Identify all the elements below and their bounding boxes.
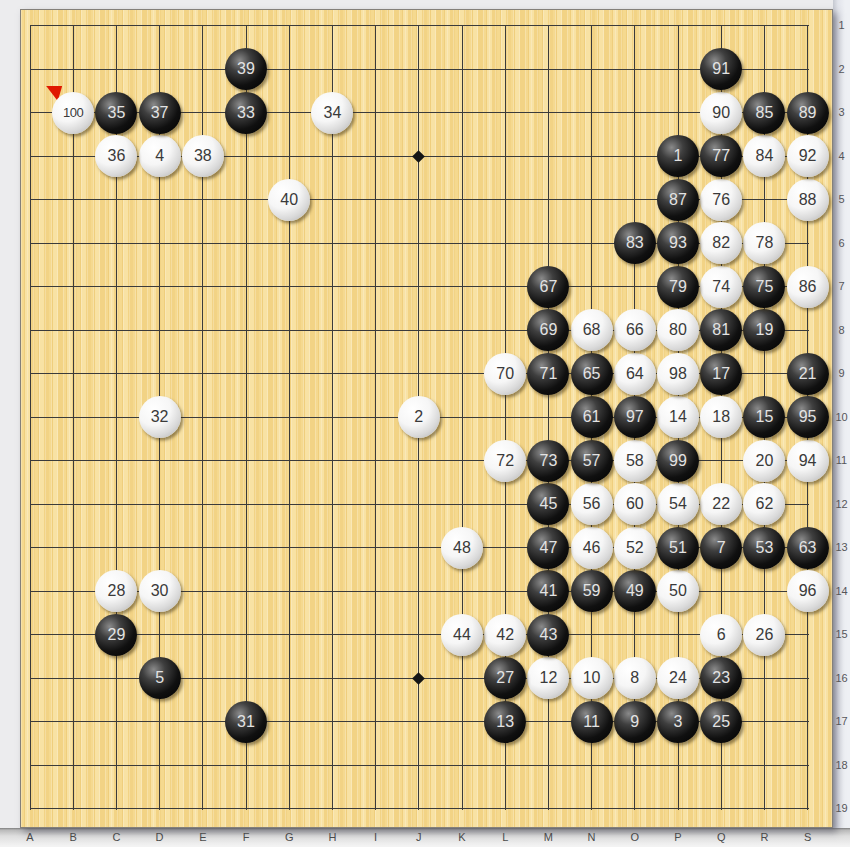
- move-number: 50: [657, 570, 699, 612]
- move-number: 28: [95, 570, 137, 612]
- row-label: 7: [834, 280, 849, 292]
- move-number: 37: [139, 92, 181, 134]
- stone-move-51[interactable]: 51: [657, 527, 699, 569]
- move-number: 17: [700, 353, 742, 395]
- move-number: 9: [614, 701, 656, 743]
- move-number: 22: [700, 483, 742, 525]
- stone-move-54[interactable]: 54: [657, 483, 699, 525]
- stone-move-84[interactable]: 84: [743, 135, 785, 177]
- column-label: D: [151, 831, 169, 843]
- move-number: 6: [700, 614, 742, 656]
- move-number: 29: [95, 614, 137, 656]
- move-number: 81: [700, 309, 742, 351]
- row-label: 11: [834, 454, 849, 466]
- move-number: 53: [743, 527, 785, 569]
- stone-move-17[interactable]: 17: [700, 353, 742, 395]
- row-label: 2: [834, 63, 849, 75]
- move-number: 58: [614, 440, 656, 482]
- stone-move-72[interactable]: 72: [484, 440, 526, 482]
- grid-line-vertical: [73, 26, 74, 810]
- move-number: 35: [95, 92, 137, 134]
- move-number: 2: [398, 396, 440, 438]
- stone-move-61[interactable]: 61: [571, 396, 613, 438]
- stone-move-43[interactable]: 43: [527, 614, 569, 656]
- move-number: 62: [743, 483, 785, 525]
- move-number: 63: [787, 527, 829, 569]
- move-number: 8: [614, 657, 656, 699]
- move-number: 64: [614, 353, 656, 395]
- stone-move-28[interactable]: 28: [95, 570, 137, 612]
- stone-move-94[interactable]: 94: [787, 440, 829, 482]
- move-number: 90: [700, 92, 742, 134]
- move-number: 96: [787, 570, 829, 612]
- move-number: 74: [700, 266, 742, 308]
- column-label: N: [583, 831, 601, 843]
- stone-move-57[interactable]: 57: [571, 440, 613, 482]
- stone-move-46[interactable]: 46: [571, 527, 613, 569]
- stone-move-93[interactable]: 93: [657, 222, 699, 264]
- column-label: M: [539, 831, 557, 843]
- stone-move-80[interactable]: 80: [657, 309, 699, 351]
- move-number: 75: [743, 266, 785, 308]
- column-label: L: [496, 831, 514, 843]
- move-number: 23: [700, 657, 742, 699]
- row-label: 4: [834, 150, 849, 162]
- grid-line-horizontal: [30, 634, 809, 635]
- stone-move-41[interactable]: 41: [527, 570, 569, 612]
- stone-move-10[interactable]: 10: [571, 657, 613, 699]
- move-number: 68: [571, 309, 613, 351]
- move-number: 88: [787, 179, 829, 221]
- move-number: 67: [527, 266, 569, 308]
- stone-move-65[interactable]: 65: [571, 353, 613, 395]
- stone-move-38[interactable]: 38: [182, 135, 224, 177]
- stone-move-66[interactable]: 66: [614, 309, 656, 351]
- column-label: A: [21, 831, 39, 843]
- move-number: 94: [787, 440, 829, 482]
- stone-move-8[interactable]: 8: [614, 657, 656, 699]
- move-number: 52: [614, 527, 656, 569]
- stone-move-5[interactable]: 5: [139, 657, 181, 699]
- move-number: 41: [527, 570, 569, 612]
- stone-move-79[interactable]: 79: [657, 266, 699, 308]
- column-label: S: [799, 831, 817, 843]
- move-number: 36: [95, 135, 137, 177]
- move-number: 92: [787, 135, 829, 177]
- grid-line-horizontal: [30, 765, 809, 766]
- grid-line-horizontal: [30, 69, 809, 70]
- stone-move-26[interactable]: 26: [743, 614, 785, 656]
- column-label: C: [107, 831, 125, 843]
- stone-move-83[interactable]: 83: [614, 222, 656, 264]
- stone-move-56[interactable]: 56: [571, 483, 613, 525]
- move-number: 11: [571, 701, 613, 743]
- stone-move-60[interactable]: 60: [614, 483, 656, 525]
- stone-move-98[interactable]: 98: [657, 353, 699, 395]
- stone-move-62[interactable]: 62: [743, 483, 785, 525]
- move-number: 95: [787, 396, 829, 438]
- stone-move-42[interactable]: 42: [484, 614, 526, 656]
- move-number: 57: [571, 440, 613, 482]
- row-label: 5: [834, 193, 849, 205]
- move-number: 100: [52, 92, 94, 134]
- move-number: 43: [527, 614, 569, 656]
- stone-move-90[interactable]: 90: [700, 92, 742, 134]
- grid-line-vertical: [289, 26, 290, 810]
- stone-move-71[interactable]: 71: [527, 353, 569, 395]
- grid-line-vertical: [462, 26, 463, 810]
- stone-move-67[interactable]: 67: [527, 266, 569, 308]
- stone-move-7[interactable]: 7: [700, 527, 742, 569]
- move-number: 5: [139, 657, 181, 699]
- stone-move-69[interactable]: 69: [527, 309, 569, 351]
- move-number: 10: [571, 657, 613, 699]
- stone-move-19[interactable]: 19: [743, 309, 785, 351]
- move-number: 14: [657, 396, 699, 438]
- stone-move-53[interactable]: 53: [743, 527, 785, 569]
- stone-move-39[interactable]: 39: [225, 48, 267, 90]
- stone-move-63[interactable]: 63: [787, 527, 829, 569]
- stone-move-2[interactable]: 2: [398, 396, 440, 438]
- move-number: 73: [527, 440, 569, 482]
- grid-line-vertical: [332, 26, 333, 810]
- stone-move-29[interactable]: 29: [95, 614, 137, 656]
- move-number: 85: [743, 92, 785, 134]
- stone-move-3[interactable]: 3: [657, 701, 699, 743]
- stone-move-74[interactable]: 74: [700, 266, 742, 308]
- kifu-viewer-window: 1234567891011121314151718192021222324252…: [0, 0, 850, 847]
- stone-move-13[interactable]: 13: [484, 701, 526, 743]
- row-label: 3: [834, 106, 849, 118]
- stone-move-52[interactable]: 52: [614, 527, 656, 569]
- move-number: 3: [657, 701, 699, 743]
- stone-move-89[interactable]: 89: [787, 92, 829, 134]
- move-number: 71: [527, 353, 569, 395]
- move-number: 66: [614, 309, 656, 351]
- row-label: 16: [834, 672, 849, 684]
- move-number: 38: [182, 135, 224, 177]
- column-label: H: [323, 831, 341, 843]
- stone-move-68[interactable]: 68: [571, 309, 613, 351]
- stone-move-33[interactable]: 33: [225, 92, 267, 134]
- stone-move-36[interactable]: 36: [95, 135, 137, 177]
- stone-move-27[interactable]: 27: [484, 657, 526, 699]
- row-label: 19: [834, 802, 849, 814]
- move-number: 48: [441, 527, 483, 569]
- move-number: 4: [139, 135, 181, 177]
- move-number: 49: [614, 570, 656, 612]
- column-label: P: [669, 831, 687, 843]
- stone-move-48[interactable]: 48: [441, 527, 483, 569]
- move-number: 61: [571, 396, 613, 438]
- row-label: 1: [834, 19, 849, 31]
- row-label: 8: [834, 324, 849, 336]
- row-label: 17: [834, 715, 849, 727]
- stone-move-9[interactable]: 9: [614, 701, 656, 743]
- move-number: 39: [225, 48, 267, 90]
- move-number: 40: [268, 179, 310, 221]
- stone-move-58[interactable]: 58: [614, 440, 656, 482]
- row-label: 15: [834, 628, 849, 640]
- move-number: 15: [743, 396, 785, 438]
- move-number: 98: [657, 353, 699, 395]
- stone-move-32[interactable]: 32: [139, 396, 181, 438]
- stone-move-97[interactable]: 97: [614, 396, 656, 438]
- stone-move-14[interactable]: 14: [657, 396, 699, 438]
- move-number: 21: [787, 353, 829, 395]
- move-number: 26: [743, 614, 785, 656]
- row-label: 9: [834, 367, 849, 379]
- column-label: B: [64, 831, 82, 843]
- move-number: 30: [139, 570, 181, 612]
- move-number: 76: [700, 179, 742, 221]
- stone-move-11[interactable]: 11: [571, 701, 613, 743]
- column-label: O: [626, 831, 644, 843]
- move-number: 79: [657, 266, 699, 308]
- move-number: 80: [657, 309, 699, 351]
- move-number: 84: [743, 135, 785, 177]
- stone-move-76[interactable]: 76: [700, 179, 742, 221]
- stone-move-85[interactable]: 85: [743, 92, 785, 134]
- stone-move-6[interactable]: 6: [700, 614, 742, 656]
- stone-move-37[interactable]: 37: [139, 92, 181, 134]
- move-number: 1: [657, 135, 699, 177]
- move-number: 60: [614, 483, 656, 525]
- move-number: 54: [657, 483, 699, 525]
- stone-move-1[interactable]: 1: [657, 135, 699, 177]
- move-number: 87: [657, 179, 699, 221]
- move-number: 20: [743, 440, 785, 482]
- move-number: 46: [571, 527, 613, 569]
- move-number: 24: [657, 657, 699, 699]
- stone-move-20[interactable]: 20: [743, 440, 785, 482]
- move-number: 78: [743, 222, 785, 264]
- stone-move-82[interactable]: 82: [700, 222, 742, 264]
- stone-move-77[interactable]: 77: [700, 135, 742, 177]
- move-number: 82: [700, 222, 742, 264]
- stone-move-31[interactable]: 31: [225, 701, 267, 743]
- row-label: 14: [834, 585, 849, 597]
- move-number: 31: [225, 701, 267, 743]
- move-number: 18: [700, 396, 742, 438]
- move-number: 65: [571, 353, 613, 395]
- stone-move-86[interactable]: 86: [787, 266, 829, 308]
- stone-move-92[interactable]: 92: [787, 135, 829, 177]
- stone-move-4[interactable]: 4: [139, 135, 181, 177]
- column-label: F: [237, 831, 255, 843]
- stone-move-45[interactable]: 45: [527, 483, 569, 525]
- move-number: 70: [484, 353, 526, 395]
- stone-move-21[interactable]: 21: [787, 353, 829, 395]
- stone-move-30[interactable]: 30: [139, 570, 181, 612]
- move-number: 93: [657, 222, 699, 264]
- stone-move-73[interactable]: 73: [527, 440, 569, 482]
- stone-move-44[interactable]: 44: [441, 614, 483, 656]
- stone-move-100[interactable]: 100: [52, 92, 94, 134]
- column-label: R: [755, 831, 773, 843]
- stone-move-15[interactable]: 15: [743, 396, 785, 438]
- move-number: 13: [484, 701, 526, 743]
- stone-move-75[interactable]: 75: [743, 266, 785, 308]
- stone-move-59[interactable]: 59: [571, 570, 613, 612]
- move-number: 72: [484, 440, 526, 482]
- move-number: 47: [527, 527, 569, 569]
- stone-move-24[interactable]: 24: [657, 657, 699, 699]
- move-number: 77: [700, 135, 742, 177]
- row-label: 6: [834, 237, 849, 249]
- grid-line-vertical: [375, 26, 376, 810]
- column-label: J: [410, 831, 428, 843]
- stone-move-22[interactable]: 22: [700, 483, 742, 525]
- move-number: 97: [614, 396, 656, 438]
- row-label: 10: [834, 411, 849, 423]
- stone-move-96[interactable]: 96: [787, 570, 829, 612]
- stone-move-34[interactable]: 34: [311, 92, 353, 134]
- grid-line-horizontal: [30, 25, 809, 26]
- stone-move-81[interactable]: 81: [700, 309, 742, 351]
- stone-move-12[interactable]: 12: [527, 657, 569, 699]
- move-number: 27: [484, 657, 526, 699]
- row-label: 13: [834, 541, 849, 553]
- stone-move-88[interactable]: 88: [787, 179, 829, 221]
- move-number: 34: [311, 92, 353, 134]
- move-number: 89: [787, 92, 829, 134]
- move-number: 83: [614, 222, 656, 264]
- grid-line-vertical: [30, 26, 31, 810]
- row-label: 12: [834, 498, 849, 510]
- move-number: 12: [527, 657, 569, 699]
- stone-move-50[interactable]: 50: [657, 570, 699, 612]
- move-number: 51: [657, 527, 699, 569]
- move-number: 7: [700, 527, 742, 569]
- move-number: 99: [657, 440, 699, 482]
- move-number: 69: [527, 309, 569, 351]
- stone-move-49[interactable]: 49: [614, 570, 656, 612]
- stone-move-18[interactable]: 18: [700, 396, 742, 438]
- move-number: 56: [571, 483, 613, 525]
- move-number: 42: [484, 614, 526, 656]
- move-number: 19: [743, 309, 785, 351]
- move-number: 59: [571, 570, 613, 612]
- grid-line-vertical: [246, 26, 247, 810]
- stone-move-70[interactable]: 70: [484, 353, 526, 395]
- column-label: G: [280, 831, 298, 843]
- stone-move-64[interactable]: 64: [614, 353, 656, 395]
- stone-move-91[interactable]: 91: [700, 48, 742, 90]
- stone-move-78[interactable]: 78: [743, 222, 785, 264]
- grid-line-horizontal: [30, 808, 809, 809]
- move-number: 45: [527, 483, 569, 525]
- stone-move-35[interactable]: 35: [95, 92, 137, 134]
- stone-move-87[interactable]: 87: [657, 179, 699, 221]
- column-label: E: [194, 831, 212, 843]
- move-number: 86: [787, 266, 829, 308]
- move-number: 33: [225, 92, 267, 134]
- move-number: 25: [700, 701, 742, 743]
- move-number: 32: [139, 396, 181, 438]
- stone-move-47[interactable]: 47: [527, 527, 569, 569]
- stone-move-99[interactable]: 99: [657, 440, 699, 482]
- move-number: 91: [700, 48, 742, 90]
- stone-move-95[interactable]: 95: [787, 396, 829, 438]
- stone-move-23[interactable]: 23: [700, 657, 742, 699]
- stone-move-25[interactable]: 25: [700, 701, 742, 743]
- stone-move-40[interactable]: 40: [268, 179, 310, 221]
- column-label: K: [453, 831, 471, 843]
- column-label: I: [367, 831, 385, 843]
- column-label: Q: [712, 831, 730, 843]
- move-number: 44: [441, 614, 483, 656]
- row-label: 18: [834, 759, 849, 771]
